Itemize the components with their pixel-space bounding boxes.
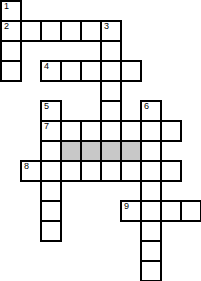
crossword-cell-r3-c4[interactable] <box>80 60 102 82</box>
clue-number-2: 2 <box>4 22 9 31</box>
crossword-cell-r12-c7[interactable] <box>140 240 162 262</box>
crossword-cell-r8-c4[interactable] <box>80 160 102 182</box>
crossword-cell-r3-c0[interactable] <box>0 60 22 82</box>
crossword-cell-r10-c9[interactable] <box>180 200 201 222</box>
crossword-cell-r1-c1[interactable] <box>20 20 42 42</box>
crossword-cell-r9-c7[interactable] <box>140 180 162 202</box>
crossword-cell-r10-c6[interactable]: 9 <box>120 200 142 222</box>
crossword-cell-r3-c2[interactable]: 4 <box>40 60 62 82</box>
crossword-cell-r2-c5[interactable] <box>100 40 122 62</box>
clue-number-9: 9 <box>124 202 129 211</box>
crossword-cell-r5-c2[interactable]: 5 <box>40 100 62 122</box>
crossword-cell-r10-c8[interactable] <box>160 200 182 222</box>
clue-number-1: 1 <box>4 2 9 11</box>
clue-number-3: 3 <box>104 22 109 31</box>
crossword-cell-r5-c7[interactable]: 6 <box>140 100 162 122</box>
crossword-cell-r8-c1[interactable]: 8 <box>20 160 42 182</box>
crossword-cell-r1-c2[interactable] <box>40 20 62 42</box>
crossword-cell-r1-c3[interactable] <box>60 20 82 42</box>
crossword-cell-r8-c6[interactable] <box>120 160 142 182</box>
crossword-cell-r4-c5[interactable] <box>100 80 122 102</box>
crossword-cell-r3-c6[interactable] <box>120 60 142 82</box>
crossword-cell-r3-c3[interactable] <box>60 60 82 82</box>
crossword-cell-r13-c7[interactable] <box>140 260 162 281</box>
crossword-cell-r6-c6[interactable] <box>120 120 142 142</box>
crossword-cell-highlighted-r7-c6[interactable] <box>120 140 142 162</box>
crossword-cell-r5-c5[interactable] <box>100 100 122 122</box>
crossword-cell-r11-c2[interactable] <box>40 220 62 242</box>
crossword-cell-highlighted-r7-c4[interactable] <box>80 140 102 162</box>
clue-number-7: 7 <box>44 122 49 131</box>
crossword-cell-r6-c8[interactable] <box>160 120 182 142</box>
crossword-cell-r11-c7[interactable] <box>140 220 162 242</box>
crossword-cell-r6-c4[interactable] <box>80 120 102 142</box>
crossword-cell-r7-c7[interactable] <box>140 140 162 162</box>
crossword-cell-r8-c2[interactable] <box>40 160 62 182</box>
crossword-cell-r6-c7[interactable] <box>140 120 162 142</box>
clue-number-6: 6 <box>144 102 149 111</box>
crossword-cell-r6-c5[interactable] <box>100 120 122 142</box>
crossword-cell-r7-c2[interactable] <box>40 140 62 162</box>
clue-number-8: 8 <box>24 162 29 171</box>
crossword-cell-r8-c8[interactable] <box>160 160 182 182</box>
crossword-cell-r0-c0[interactable]: 1 <box>0 0 22 22</box>
crossword-cell-highlighted-r7-c5[interactable] <box>100 140 122 162</box>
crossword-cell-r6-c3[interactable] <box>60 120 82 142</box>
crossword-cell-r8-c5[interactable] <box>100 160 122 182</box>
crossword-cell-r8-c3[interactable] <box>60 160 82 182</box>
crossword-cell-r3-c5[interactable] <box>100 60 122 82</box>
crossword-cell-r10-c7[interactable] <box>140 200 162 222</box>
clue-number-5: 5 <box>44 102 49 111</box>
crossword-cell-highlighted-r7-c3[interactable] <box>60 140 82 162</box>
crossword-cell-r1-c5[interactable]: 3 <box>100 20 122 42</box>
crossword-cell-r6-c2[interactable]: 7 <box>40 120 62 142</box>
crossword-cell-r1-c0[interactable]: 2 <box>0 20 22 42</box>
crossword-cell-r9-c2[interactable] <box>40 180 62 202</box>
crossword-cell-r10-c2[interactable] <box>40 200 62 222</box>
clue-number-4: 4 <box>44 62 49 71</box>
crossword-cell-r2-c0[interactable] <box>0 40 22 62</box>
crossword-cell-r1-c4[interactable] <box>80 20 102 42</box>
crossword-board: 123456789 <box>0 0 201 281</box>
crossword-cell-r8-c7[interactable] <box>140 160 162 182</box>
